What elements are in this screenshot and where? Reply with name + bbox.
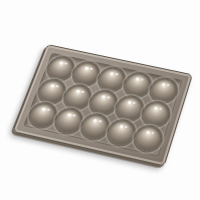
pan-well bbox=[121, 71, 154, 100]
pan-well bbox=[139, 100, 172, 130]
pan-well bbox=[95, 65, 128, 93]
pan-wells bbox=[26, 55, 180, 154]
pan-well bbox=[87, 88, 120, 117]
pan-well bbox=[70, 60, 103, 88]
pan-well bbox=[104, 118, 138, 148]
pan-well bbox=[113, 94, 146, 123]
pan-well bbox=[78, 112, 112, 142]
pan-well bbox=[61, 83, 94, 112]
baking-pan bbox=[12, 44, 193, 167]
product-photo bbox=[0, 0, 200, 200]
pan-well bbox=[52, 106, 86, 136]
pan-well bbox=[147, 76, 180, 105]
pan-well bbox=[131, 124, 165, 154]
